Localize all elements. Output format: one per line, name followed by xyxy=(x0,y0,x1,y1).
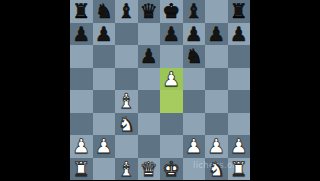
square-g6[interactable] xyxy=(205,45,228,68)
white-bishop-c1[interactable]: ♝ xyxy=(117,159,135,179)
black-queen-d8[interactable]: ♛ xyxy=(140,1,158,21)
white-queen-d1[interactable]: ♛ xyxy=(140,159,158,179)
square-a1[interactable]: ♜ xyxy=(70,158,93,181)
square-c2[interactable] xyxy=(115,135,138,158)
white-rook-h1[interactable]: ♜ xyxy=(230,159,248,179)
white-pawn-b2[interactable]: ♟ xyxy=(95,136,113,156)
white-knight-c3[interactable]: ♞ xyxy=(117,114,135,134)
square-c1[interactable]: ♝ xyxy=(115,158,138,181)
square-e5[interactable]: ♟ xyxy=(160,68,183,91)
square-a6[interactable] xyxy=(70,45,93,68)
chess-scene: ♜♞♝♛♚♝♜♟♟♟♟♟♟♟♞♟♝♞♟♟♟♟♟♜♝♛♚♞♜ lichess.or… xyxy=(0,0,320,180)
square-e4[interactable] xyxy=(160,90,183,113)
black-pawn-f7[interactable]: ♟ xyxy=(185,24,203,44)
square-b6[interactable] xyxy=(93,45,116,68)
white-rook-a1[interactable]: ♜ xyxy=(72,159,90,179)
square-d5[interactable] xyxy=(138,68,161,91)
square-g4[interactable] xyxy=(205,90,228,113)
square-e1[interactable]: ♚ xyxy=(160,158,183,181)
square-b4[interactable] xyxy=(93,90,116,113)
square-a2[interactable]: ♟ xyxy=(70,135,93,158)
square-g5[interactable] xyxy=(205,68,228,91)
black-pawn-a7[interactable]: ♟ xyxy=(72,24,90,44)
black-pawn-d6[interactable]: ♟ xyxy=(140,46,158,66)
square-c4[interactable]: ♝ xyxy=(115,90,138,113)
square-h1[interactable]: ♜ xyxy=(228,158,251,181)
square-b8[interactable]: ♞ xyxy=(93,0,116,23)
square-e8[interactable]: ♚ xyxy=(160,0,183,23)
black-pawn-b7[interactable]: ♟ xyxy=(95,24,113,44)
square-a7[interactable]: ♟ xyxy=(70,23,93,46)
black-pawn-h7[interactable]: ♟ xyxy=(230,24,248,44)
square-d8[interactable]: ♛ xyxy=(138,0,161,23)
square-a5[interactable] xyxy=(70,68,93,91)
square-f3[interactable] xyxy=(183,113,206,136)
square-d3[interactable] xyxy=(138,113,161,136)
chess-board[interactable]: ♜♞♝♛♚♝♜♟♟♟♟♟♟♟♞♟♝♞♟♟♟♟♟♜♝♛♚♞♜ xyxy=(70,0,250,180)
white-pawn-e5[interactable]: ♟ xyxy=(162,69,180,89)
black-bishop-c8[interactable]: ♝ xyxy=(117,1,135,21)
square-g7[interactable]: ♟ xyxy=(205,23,228,46)
square-f2[interactable]: ♟ xyxy=(183,135,206,158)
square-b7[interactable]: ♟ xyxy=(93,23,116,46)
square-h7[interactable]: ♟ xyxy=(228,23,251,46)
black-king-e8[interactable]: ♚ xyxy=(162,1,180,21)
square-e6[interactable] xyxy=(160,45,183,68)
square-h4[interactable] xyxy=(228,90,251,113)
square-d7[interactable] xyxy=(138,23,161,46)
square-f7[interactable]: ♟ xyxy=(183,23,206,46)
square-e2[interactable] xyxy=(160,135,183,158)
white-bishop-c4[interactable]: ♝ xyxy=(117,91,135,111)
black-pawn-e7[interactable]: ♟ xyxy=(162,24,180,44)
square-f6[interactable]: ♞ xyxy=(183,45,206,68)
square-f4[interactable] xyxy=(183,90,206,113)
square-d4[interactable] xyxy=(138,90,161,113)
black-bishop-f8[interactable]: ♝ xyxy=(185,1,203,21)
white-pawn-h2[interactable]: ♟ xyxy=(230,136,248,156)
black-rook-a8[interactable]: ♜ xyxy=(72,1,90,21)
white-pawn-g2[interactable]: ♟ xyxy=(207,136,225,156)
square-c8[interactable]: ♝ xyxy=(115,0,138,23)
white-pawn-f2[interactable]: ♟ xyxy=(185,136,203,156)
square-g3[interactable] xyxy=(205,113,228,136)
square-h8[interactable]: ♜ xyxy=(228,0,251,23)
square-a4[interactable] xyxy=(70,90,93,113)
square-c5[interactable] xyxy=(115,68,138,91)
square-g8[interactable] xyxy=(205,0,228,23)
black-pawn-g7[interactable]: ♟ xyxy=(207,24,225,44)
square-h5[interactable] xyxy=(228,68,251,91)
square-a8[interactable]: ♜ xyxy=(70,0,93,23)
square-b5[interactable] xyxy=(93,68,116,91)
square-f8[interactable]: ♝ xyxy=(183,0,206,23)
square-d2[interactable] xyxy=(138,135,161,158)
square-f1[interactable] xyxy=(183,158,206,181)
square-c6[interactable] xyxy=(115,45,138,68)
white-king-e1[interactable]: ♚ xyxy=(162,159,180,179)
square-a3[interactable] xyxy=(70,113,93,136)
square-f5[interactable] xyxy=(183,68,206,91)
square-b1[interactable] xyxy=(93,158,116,181)
square-e7[interactable]: ♟ xyxy=(160,23,183,46)
square-b2[interactable]: ♟ xyxy=(93,135,116,158)
black-rook-h8[interactable]: ♜ xyxy=(230,1,248,21)
square-h2[interactable]: ♟ xyxy=(228,135,251,158)
square-h6[interactable] xyxy=(228,45,251,68)
white-pawn-a2[interactable]: ♟ xyxy=(72,136,90,156)
square-c3[interactable]: ♞ xyxy=(115,113,138,136)
square-h3[interactable] xyxy=(228,113,251,136)
black-knight-b8[interactable]: ♞ xyxy=(95,1,113,21)
square-e3[interactable] xyxy=(160,113,183,136)
square-d6[interactable]: ♟ xyxy=(138,45,161,68)
square-g2[interactable]: ♟ xyxy=(205,135,228,158)
black-knight-f6[interactable]: ♞ xyxy=(185,46,203,66)
square-g1[interactable]: ♞ xyxy=(205,158,228,181)
square-b3[interactable] xyxy=(93,113,116,136)
square-d1[interactable]: ♛ xyxy=(138,158,161,181)
square-c7[interactable] xyxy=(115,23,138,46)
white-knight-g1[interactable]: ♞ xyxy=(207,159,225,179)
